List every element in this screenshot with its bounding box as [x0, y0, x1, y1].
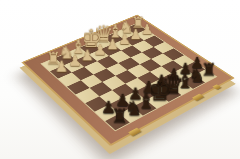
square-c7 — [159, 73, 181, 87]
square-h6 — [85, 96, 108, 111]
square-h5 — [76, 88, 99, 103]
chess-board: ♜♞♝♚♛♝♞♜♟♟♟♟♟♟♟♟♟♟♟♟♟♟♟♟♜♞♝♚♛♝♞♜ — [21, 15, 234, 147]
square-a8 — [193, 69, 215, 82]
square-e5 — [115, 70, 137, 84]
square-f5 — [102, 76, 124, 90]
square-f6 — [112, 84, 135, 98]
board-frame — [21, 15, 234, 147]
square-g6 — [99, 90, 122, 105]
square-h3 — [58, 73, 80, 87]
square-g7 — [108, 98, 132, 113]
square-d8 — [158, 87, 181, 102]
square-g8 — [119, 107, 143, 123]
board-grid — [40, 23, 217, 131]
square-g5 — [89, 82, 112, 96]
square-e8 — [145, 93, 169, 108]
square-f7 — [122, 92, 145, 107]
square-e6 — [125, 78, 148, 92]
square-h8 — [105, 114, 129, 131]
square-f4 — [93, 69, 115, 82]
square-f8 — [132, 100, 156, 116]
square-e7 — [135, 85, 158, 100]
square-d7 — [147, 79, 170, 93]
square-b8 — [182, 75, 205, 89]
square-g4 — [80, 74, 102, 88]
photo-background: ♜♞♝♚♛♝♞♜♟♟♟♟♟♟♟♟♟♟♟♟♟♟♟♟♜♞♝♚♛♝♞♜ — [0, 0, 240, 159]
square-d6 — [137, 72, 159, 86]
square-c8 — [170, 81, 193, 95]
square-h7 — [95, 105, 119, 121]
square-h4 — [67, 80, 89, 94]
